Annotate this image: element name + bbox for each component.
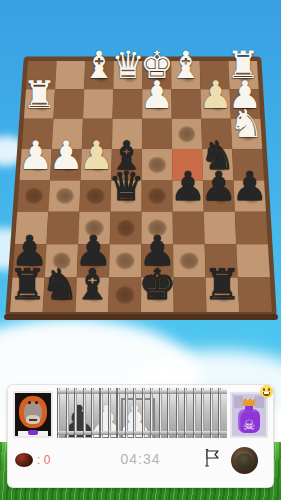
- white-rook-a2[interactable]: ♜: [22, 76, 56, 114]
- castle-silhouette: [234, 396, 243, 408]
- bottom-panel: ♟♟♟ ☠ : 0 04:34: [8, 385, 273, 487]
- potion-crown-cork: [243, 398, 255, 406]
- black-bishop-c8[interactable]: ♝: [73, 264, 111, 306]
- move-hint-e5[interactable]: [148, 188, 167, 205]
- move-hint-e4[interactable]: [148, 156, 167, 173]
- castle-silhouette: [255, 396, 264, 408]
- player-avatar: [13, 391, 53, 438]
- black-queen-d5[interactable]: ♛: [108, 166, 144, 206]
- resign-flag-icon[interactable]: [203, 448, 221, 468]
- smiley-mouth: [263, 392, 270, 396]
- move-hint-b5[interactable]: [55, 188, 74, 205]
- black-pawn-h5[interactable]: ♟: [232, 166, 268, 206]
- move-hint-c5[interactable]: [86, 188, 105, 205]
- move-hint-d7[interactable]: [115, 252, 135, 270]
- smiley-eye: [263, 388, 265, 391]
- move-hint-a5[interactable]: [24, 188, 43, 205]
- wooden-button[interactable]: [231, 447, 258, 474]
- opponent-avatar: ☠: [230, 392, 268, 438]
- black-king-e8[interactable]: ♚: [138, 264, 176, 306]
- jail-rail-top: [57, 390, 227, 394]
- move-hint-d6[interactable]: [116, 219, 135, 237]
- monkey-bowtie: [28, 430, 38, 435]
- move-hint-d8[interactable]: [115, 285, 135, 304]
- white-pawn-e2[interactable]: ♟: [140, 76, 174, 114]
- app-screen: ♝♛♚♝♜♜♟♟♟♞♟♟♟♝♞♛♟♟♟♟♟♟♜♞♝♚♜ ♟♟♟ ☠: [0, 0, 281, 500]
- smiley-eye: [268, 388, 270, 391]
- smiley-teeth: [264, 392, 269, 394]
- skull-icon: ☠: [232, 418, 266, 432]
- emoji-smiley-icon[interactable]: [260, 385, 273, 398]
- jail-rail-bottom: [57, 431, 227, 435]
- black-rook-g8[interactable]: ♜: [203, 264, 241, 306]
- board-pieces-layer: ♝♛♚♝♜♜♟♟♟♞♟♟♟♝♞♛♟♟♟♟♟♟♜♞♝♚♜: [0, 0, 281, 360]
- monkey-mouth: [29, 419, 37, 421]
- move-hint-f3[interactable]: [178, 126, 196, 143]
- monkey-eye: [28, 401, 31, 404]
- move-hint-f7[interactable]: [179, 252, 199, 270]
- captured-pieces-jail: ♟♟♟: [57, 388, 227, 438]
- monkey-eye: [35, 401, 38, 404]
